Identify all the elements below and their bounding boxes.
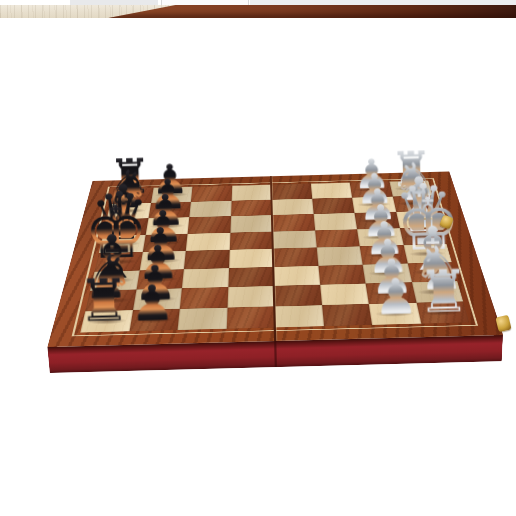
board-square <box>274 285 322 306</box>
board-square <box>231 200 272 217</box>
piece-glyph: ♜ <box>77 270 131 329</box>
board-square <box>313 213 357 230</box>
board-square <box>191 186 232 202</box>
board-square <box>148 202 191 219</box>
board-square <box>274 305 323 328</box>
board-square <box>273 247 318 266</box>
board-square <box>226 306 275 329</box>
board-square <box>271 198 313 215</box>
board-square <box>231 185 271 201</box>
board-square <box>188 216 231 233</box>
product-photo: ♜♟♟♜♞♟♟♞♝♟♟♝♛♟♟♛♚♟♟♚♝♟♟♝♞♟♟♞♜♟♟♜ <box>0 0 516 516</box>
board-square <box>316 246 362 265</box>
piece-white-rook: ♜ <box>416 301 469 324</box>
board-square <box>228 267 274 287</box>
scene-rotation-wrapper: ♜♟♟♜♞♟♟♞♝♟♟♝♛♟♟♛♚♟♟♚♝♟♟♝♞♟♟♞♜♟♟♜ <box>0 0 516 516</box>
board-square <box>229 249 274 268</box>
board-square <box>315 229 360 247</box>
piece-glyph: ♟ <box>130 278 175 328</box>
board-square <box>310 183 352 199</box>
board-square <box>320 284 369 305</box>
box-front-face <box>48 335 503 373</box>
board: ♜♟♟♜♞♟♟♞♝♟♟♝♛♟♟♛♚♟♟♚♝♟♟♝♞♟♟♞♜♟♟♜ <box>48 172 503 347</box>
piece-black-rook: ♜ <box>80 310 132 333</box>
scene: ♜♟♟♜♞♟♟♞♝♟♟♝♛♟♟♛♚♟♟♚♝♟♟♝♞♟♟♞♜♟♟♜ <box>0 0 516 516</box>
piece-white-pawn: ♟ <box>369 302 421 325</box>
board-square <box>272 214 315 231</box>
board-square <box>273 266 319 286</box>
piece-black-pawn: ♟ <box>129 309 180 332</box>
board-square <box>184 250 229 269</box>
board-square <box>178 307 227 330</box>
piece-glyph: ♟ <box>373 272 418 322</box>
board-square <box>180 287 228 309</box>
board-square <box>229 231 272 249</box>
board-square <box>272 230 316 248</box>
board-square <box>271 184 312 200</box>
piece-glyph: ♜ <box>417 261 471 320</box>
board-square <box>322 304 373 327</box>
board-square <box>189 201 231 218</box>
board-square <box>230 215 272 232</box>
board-square <box>151 187 193 203</box>
board-square <box>312 197 355 214</box>
board-square <box>227 286 274 307</box>
board-square <box>352 196 396 213</box>
board-square <box>186 233 230 251</box>
board-square <box>350 182 393 198</box>
